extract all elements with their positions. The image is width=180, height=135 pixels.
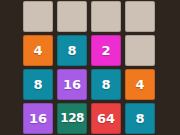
tile-64: 64: [91, 103, 122, 134]
tile-16: 16: [23, 103, 54, 134]
tile-8: 8: [23, 69, 54, 100]
empty-cell: [23, 1, 54, 32]
empty-cell: [125, 35, 156, 66]
tile-128: 128: [57, 103, 88, 134]
tile-8: 8: [91, 69, 122, 100]
board-2048[interactable]: 4828168416128648: [23, 1, 156, 134]
tile-4: 4: [125, 69, 156, 100]
empty-cell: [91, 1, 122, 32]
tile-8: 8: [125, 103, 156, 134]
tile-2: 2: [91, 35, 122, 66]
tile-4: 4: [23, 35, 54, 66]
tile-8: 8: [57, 35, 88, 66]
empty-cell: [57, 1, 88, 32]
empty-cell: [125, 1, 156, 32]
tile-16: 16: [57, 69, 88, 100]
